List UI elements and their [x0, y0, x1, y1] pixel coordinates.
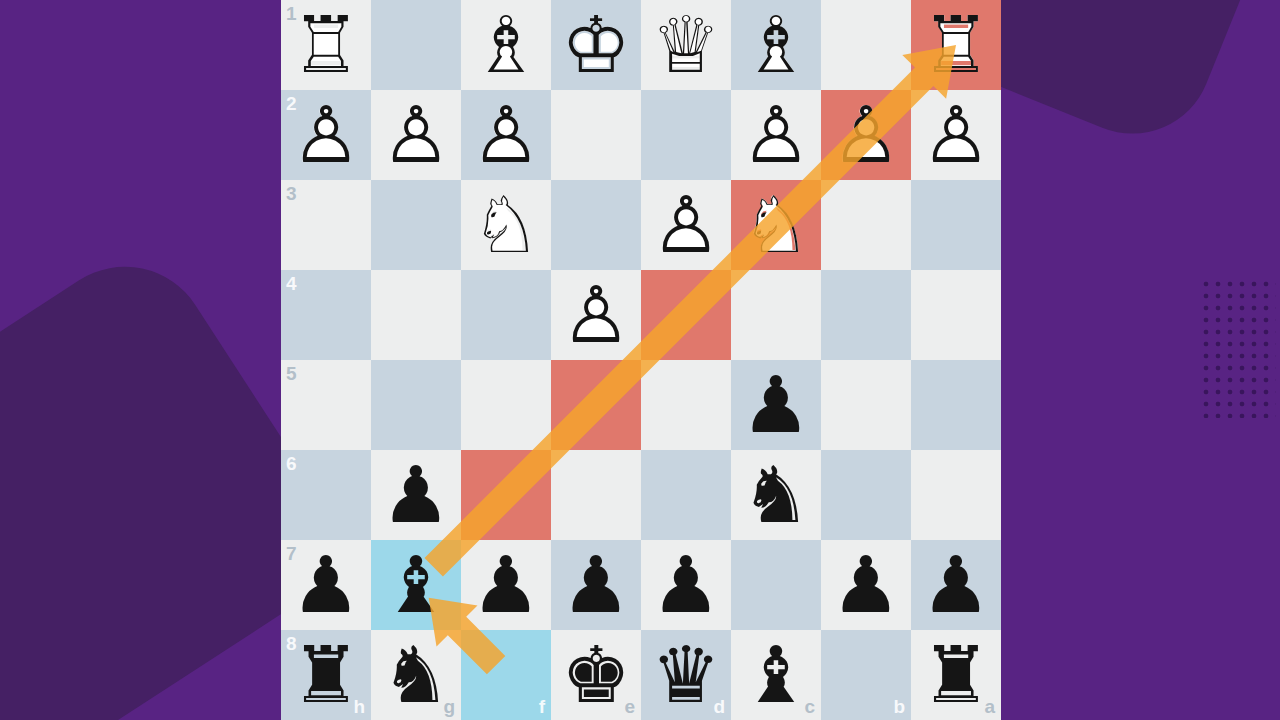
square-c3[interactable]: ♞♘	[731, 180, 821, 270]
piece-glyph: ♟	[551, 540, 641, 630]
square-b1[interactable]	[821, 0, 911, 90]
piece-white-rook[interactable]: ♜♖	[281, 0, 371, 90]
square-c8[interactable]: c♝	[731, 630, 821, 720]
piece-white-knight[interactable]: ♞♘	[461, 180, 551, 270]
square-a7[interactable]: ♟	[911, 540, 1001, 630]
square-d6[interactable]	[641, 450, 731, 540]
chess-board[interactable]: 1♜♖♝♗♚♔♛♕♝♗♜♖2♟♙♟♙♟♙♟♙♟♙♟♙3♞♘♟♙♞♘4♟♙5♟6♟…	[281, 0, 1001, 720]
piece-glyph: ♟	[461, 540, 551, 630]
square-g4[interactable]	[371, 270, 461, 360]
square-g1[interactable]	[371, 0, 461, 90]
piece-white-pawn[interactable]: ♟♙	[551, 270, 641, 360]
square-e5[interactable]	[551, 360, 641, 450]
file-label-b: b	[893, 697, 905, 716]
square-e3[interactable]	[551, 180, 641, 270]
square-d7[interactable]: ♟	[641, 540, 731, 630]
piece-black-king[interactable]: ♚	[551, 630, 641, 720]
piece-white-queen[interactable]: ♛♕	[641, 0, 731, 90]
square-f7[interactable]: ♟	[461, 540, 551, 630]
square-c7[interactable]	[731, 540, 821, 630]
square-e7[interactable]: ♟	[551, 540, 641, 630]
square-c1[interactable]: ♝♗	[731, 0, 821, 90]
piece-outline: ♕	[641, 0, 731, 90]
piece-white-bishop[interactable]: ♝♗	[461, 0, 551, 90]
square-d1[interactable]: ♛♕	[641, 0, 731, 90]
rank-label-4: 4	[286, 274, 297, 293]
piece-glyph: ♟	[911, 540, 1001, 630]
piece-black-pawn[interactable]: ♟	[461, 540, 551, 630]
square-e6[interactable]	[551, 450, 641, 540]
piece-black-pawn[interactable]: ♟	[551, 540, 641, 630]
square-e2[interactable]	[551, 90, 641, 180]
piece-glyph: ♜	[281, 630, 371, 720]
square-h8[interactable]: 8h♜	[281, 630, 371, 720]
square-h5[interactable]: 5	[281, 360, 371, 450]
piece-glyph: ♟	[821, 540, 911, 630]
piece-glyph: ♟	[641, 540, 731, 630]
square-a8[interactable]: a♜	[911, 630, 1001, 720]
rank-label-6: 6	[286, 454, 297, 473]
square-g3[interactable]	[371, 180, 461, 270]
piece-black-knight[interactable]: ♞	[731, 450, 821, 540]
piece-white-pawn[interactable]: ♟♙	[731, 90, 821, 180]
piece-glyph: ♚	[551, 630, 641, 720]
square-f6[interactable]	[461, 450, 551, 540]
square-f2[interactable]: ♟♙	[461, 90, 551, 180]
square-d4[interactable]	[641, 270, 731, 360]
lesson-background: 1♜♖♝♗♚♔♛♕♝♗♜♖2♟♙♟♙♟♙♟♙♟♙♟♙3♞♘♟♙♞♘4♟♙5♟6♟…	[0, 0, 1280, 720]
piece-glyph: ♟	[371, 450, 461, 540]
square-c6[interactable]: ♞	[731, 450, 821, 540]
piece-black-pawn[interactable]: ♟	[821, 540, 911, 630]
square-e1[interactable]: ♚♔	[551, 0, 641, 90]
piece-black-rook[interactable]: ♜	[911, 630, 1001, 720]
piece-outline: ♘	[731, 180, 821, 270]
square-a5[interactable]	[911, 360, 1001, 450]
piece-white-king[interactable]: ♚♔	[551, 0, 641, 90]
piece-glyph: ♟	[731, 360, 821, 450]
background-dot-grid	[1200, 278, 1276, 418]
square-h7[interactable]: 7♟	[281, 540, 371, 630]
square-e8[interactable]: e♚	[551, 630, 641, 720]
piece-outline: ♖	[911, 0, 1001, 90]
piece-black-pawn[interactable]: ♟	[911, 540, 1001, 630]
square-d8[interactable]: d♛	[641, 630, 731, 720]
square-a3[interactable]	[911, 180, 1001, 270]
piece-glyph: ♝	[731, 630, 821, 720]
square-a2[interactable]: ♟♙	[911, 90, 1001, 180]
square-a1[interactable]: ♜♖	[911, 0, 1001, 90]
piece-outline: ♙	[641, 180, 731, 270]
square-h4[interactable]: 4	[281, 270, 371, 360]
piece-white-pawn[interactable]: ♟♙	[371, 90, 461, 180]
square-f1[interactable]: ♝♗	[461, 0, 551, 90]
rank-label-3: 3	[286, 184, 297, 203]
piece-white-pawn[interactable]: ♟♙	[461, 90, 551, 180]
piece-outline: ♘	[461, 180, 551, 270]
piece-white-pawn[interactable]: ♟♙	[911, 90, 1001, 180]
piece-black-pawn[interactable]: ♟	[641, 540, 731, 630]
square-g7[interactable]: ♝	[371, 540, 461, 630]
square-a6[interactable]	[911, 450, 1001, 540]
piece-white-knight[interactable]: ♞♘	[731, 180, 821, 270]
piece-glyph: ♞	[731, 450, 821, 540]
rank-label-5: 5	[286, 364, 297, 383]
piece-glyph: ♛	[641, 630, 731, 720]
piece-black-knight[interactable]: ♞	[371, 630, 461, 720]
piece-outline: ♔	[551, 0, 641, 90]
square-b4[interactable]	[821, 270, 911, 360]
square-d2[interactable]	[641, 90, 731, 180]
piece-outline: ♙	[371, 90, 461, 180]
square-h2[interactable]: 2♟♙	[281, 90, 371, 180]
square-b8[interactable]: b	[821, 630, 911, 720]
piece-glyph: ♟	[281, 540, 371, 630]
square-b5[interactable]	[821, 360, 911, 450]
piece-outline: ♙	[821, 90, 911, 180]
square-c2[interactable]: ♟♙	[731, 90, 821, 180]
piece-outline: ♙	[911, 90, 1001, 180]
square-g5[interactable]	[371, 360, 461, 450]
piece-white-rook[interactable]: ♜♖	[911, 0, 1001, 90]
piece-white-bishop[interactable]: ♝♗	[731, 0, 821, 90]
square-f5[interactable]	[461, 360, 551, 450]
square-b2[interactable]: ♟♙	[821, 90, 911, 180]
square-a4[interactable]	[911, 270, 1001, 360]
piece-black-rook[interactable]: ♜	[281, 630, 371, 720]
square-b6[interactable]	[821, 450, 911, 540]
piece-glyph: ♜	[911, 630, 1001, 720]
square-f8[interactable]: f	[461, 630, 551, 720]
piece-glyph: ♞	[371, 630, 461, 720]
piece-white-pawn[interactable]: ♟♙	[821, 90, 911, 180]
square-c5[interactable]: ♟	[731, 360, 821, 450]
square-h1[interactable]: 1♜♖	[281, 0, 371, 90]
piece-black-pawn[interactable]: ♟	[281, 540, 371, 630]
piece-outline: ♙	[551, 270, 641, 360]
piece-white-pawn[interactable]: ♟♙	[281, 90, 371, 180]
piece-black-pawn[interactable]: ♟	[371, 450, 461, 540]
piece-black-bishop[interactable]: ♝	[731, 630, 821, 720]
piece-outline: ♙	[461, 90, 551, 180]
piece-outline: ♙	[281, 90, 371, 180]
piece-black-pawn[interactable]: ♟	[731, 360, 821, 450]
piece-outline: ♖	[281, 0, 371, 90]
square-f4[interactable]	[461, 270, 551, 360]
piece-outline: ♗	[731, 0, 821, 90]
piece-outline: ♙	[731, 90, 821, 180]
square-f3[interactable]: ♞♘	[461, 180, 551, 270]
square-h3[interactable]: 3	[281, 180, 371, 270]
file-label-f: f	[539, 697, 545, 716]
square-g6[interactable]: ♟	[371, 450, 461, 540]
square-d3[interactable]: ♟♙	[641, 180, 731, 270]
square-b7[interactable]: ♟	[821, 540, 911, 630]
piece-glyph: ♝	[371, 540, 461, 630]
square-e4[interactable]: ♟♙	[551, 270, 641, 360]
piece-black-queen[interactable]: ♛	[641, 630, 731, 720]
square-h6[interactable]: 6	[281, 450, 371, 540]
square-c4[interactable]	[731, 270, 821, 360]
square-b3[interactable]	[821, 180, 911, 270]
square-g8[interactable]: g♞	[371, 630, 461, 720]
square-g2[interactable]: ♟♙	[371, 90, 461, 180]
square-d5[interactable]	[641, 360, 731, 450]
piece-outline: ♗	[461, 0, 551, 90]
piece-black-bishop[interactable]: ♝	[371, 540, 461, 630]
piece-white-pawn[interactable]: ♟♙	[641, 180, 731, 270]
